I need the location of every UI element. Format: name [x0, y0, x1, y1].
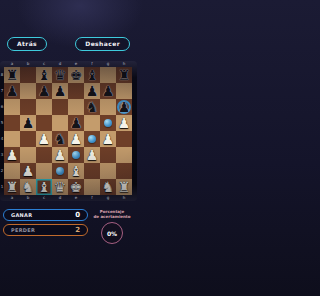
square-e2[interactable]: ♝	[68, 163, 84, 179]
win-value: 0	[75, 211, 80, 219]
accuracy-circle: 0%	[101, 222, 123, 244]
square-b5[interactable]: ♟	[20, 115, 36, 131]
square-g8[interactable]	[100, 67, 116, 83]
square-b7[interactable]	[20, 83, 36, 99]
black-rook-a8: ♜	[4, 67, 20, 83]
white-knight-g1: ♞	[100, 179, 116, 195]
win-counter: GANAR 0	[3, 209, 88, 221]
square-e1[interactable]: ♚	[68, 179, 84, 195]
square-d5[interactable]	[52, 115, 68, 131]
square-b4[interactable]	[20, 131, 36, 147]
square-c8[interactable]: ♝	[36, 67, 52, 83]
black-bishop-c8: ♝	[36, 67, 52, 83]
square-e3[interactable]	[68, 147, 84, 163]
white-queen-d1: ♛	[52, 179, 68, 195]
undo-button[interactable]: Deshacer	[75, 37, 130, 51]
square-a3[interactable]: ♟	[4, 147, 20, 163]
white-rook-h1: ♜	[116, 179, 132, 195]
square-h6[interactable]: ♟	[116, 99, 132, 115]
square-g7[interactable]: ♟	[100, 83, 116, 99]
white-pawn-c4: ♟	[36, 131, 52, 147]
white-pawn-h5: ♟	[116, 115, 132, 131]
square-f5[interactable]	[84, 115, 100, 131]
white-pawn-e4: ♟	[68, 131, 84, 147]
accuracy-caption-line2: de acertamiento	[91, 214, 133, 219]
black-bishop-f8: ♝	[84, 67, 100, 83]
square-g2[interactable]	[100, 163, 116, 179]
move-hint-dot-g5	[104, 119, 112, 127]
move-hint-dot-e3	[72, 151, 80, 159]
square-a7[interactable]: ♟	[4, 83, 20, 99]
white-rook-a1: ♜	[4, 179, 20, 195]
square-e5[interactable]: ♟	[68, 115, 84, 131]
square-f2[interactable]	[84, 163, 100, 179]
chess-board: abcdefgh 87654321 ♜♝♛♚♝♜♟♟♟♟♟♞♟♟♟♟♟♞♟♟♟♟…	[0, 61, 137, 201]
black-queen-d8: ♛	[52, 67, 68, 83]
white-bishop-e2: ♝	[68, 163, 84, 179]
square-g6[interactable]	[100, 99, 116, 115]
square-c2[interactable]	[36, 163, 52, 179]
square-c5[interactable]	[36, 115, 52, 131]
square-a6[interactable]	[4, 99, 20, 115]
square-b6[interactable]	[20, 99, 36, 115]
score-pills: GANAR 0 PERDER 2	[3, 209, 88, 239]
square-a2[interactable]	[4, 163, 20, 179]
square-c1[interactable]: ♝	[36, 179, 52, 195]
square-h8[interactable]: ♜	[116, 67, 132, 83]
square-f7[interactable]: ♟	[84, 83, 100, 99]
square-d6[interactable]	[52, 99, 68, 115]
white-bishop-c1: ♝	[36, 179, 52, 195]
accuracy-widget: Porcentaje de acertamiento 0%	[91, 209, 133, 244]
board-grid: ♜♝♛♚♝♜♟♟♟♟♟♞♟♟♟♟♟♞♟♟♟♟♟♟♝♜♞♝♛♚♞♜	[4, 67, 132, 195]
square-h3[interactable]	[116, 147, 132, 163]
square-a4[interactable]	[4, 131, 20, 147]
top-bar: Atrás Deshacer	[0, 0, 137, 51]
lose-counter: PERDER 2	[3, 224, 88, 236]
square-e6[interactable]	[68, 99, 84, 115]
white-pawn-f3: ♟	[84, 147, 100, 163]
square-d7[interactable]: ♟	[52, 83, 68, 99]
square-h2[interactable]	[116, 163, 132, 179]
square-h1[interactable]: ♜	[116, 179, 132, 195]
square-d4[interactable]: ♞	[52, 131, 68, 147]
black-knight-d4: ♞	[52, 131, 68, 147]
square-g3[interactable]	[100, 147, 116, 163]
square-e8[interactable]: ♚	[68, 67, 84, 83]
square-f6[interactable]: ♞	[84, 99, 100, 115]
black-pawn-b5: ♟	[20, 115, 36, 131]
square-b2[interactable]: ♟	[20, 163, 36, 179]
black-rook-h8: ♜	[116, 67, 132, 83]
square-b8[interactable]	[20, 67, 36, 83]
white-king-e1: ♚	[68, 179, 84, 195]
black-pawn-f7: ♟	[84, 83, 100, 99]
square-d8[interactable]: ♛	[52, 67, 68, 83]
black-pawn-g7: ♟	[100, 83, 116, 99]
square-b1[interactable]: ♞	[20, 179, 36, 195]
black-pawn-a7: ♟	[4, 83, 20, 99]
square-d2[interactable]	[52, 163, 68, 179]
square-a5[interactable]	[4, 115, 20, 131]
square-c7[interactable]: ♟	[36, 83, 52, 99]
lose-value: 2	[75, 226, 80, 234]
black-pawn-c7: ♟	[36, 83, 52, 99]
white-pawn-b2: ♟	[20, 163, 36, 179]
square-f1[interactable]	[84, 179, 100, 195]
square-f4[interactable]	[84, 131, 100, 147]
square-d1[interactable]: ♛	[52, 179, 68, 195]
black-knight-f6: ♞	[84, 99, 100, 115]
square-c3[interactable]	[36, 147, 52, 163]
black-pawn-e5: ♟	[68, 115, 84, 131]
white-pawn-g4: ♟	[100, 131, 116, 147]
black-king-e8: ♚	[68, 67, 84, 83]
chess-app-screen: { "game": "chess", "position": { "fen": …	[0, 0, 137, 296]
accuracy-value: 0%	[107, 230, 117, 237]
square-f8[interactable]: ♝	[84, 67, 100, 83]
square-g1[interactable]: ♞	[100, 179, 116, 195]
square-f3[interactable]: ♟	[84, 147, 100, 163]
back-button[interactable]: Atrás	[7, 37, 47, 51]
square-g5[interactable]	[100, 115, 116, 131]
square-b3[interactable]	[20, 147, 36, 163]
square-e7[interactable]	[68, 83, 84, 99]
white-pawn-d3: ♟	[52, 147, 68, 163]
black-pawn-d7: ♟	[52, 83, 68, 99]
square-h7[interactable]	[116, 83, 132, 99]
square-a8[interactable]: ♜	[4, 67, 20, 83]
move-hint-dot-d2	[56, 167, 64, 175]
move-hint-dot-f4	[88, 135, 96, 143]
square-g4[interactable]: ♟	[100, 131, 116, 147]
white-knight-b1: ♞	[20, 179, 36, 195]
black-pawn-h6: ♟	[116, 99, 132, 115]
win-label: GANAR	[11, 212, 32, 218]
square-c4[interactable]: ♟	[36, 131, 52, 147]
square-a1[interactable]: ♜	[4, 179, 20, 195]
square-e4[interactable]: ♟	[68, 131, 84, 147]
white-pawn-a3: ♟	[4, 147, 20, 163]
square-d3[interactable]: ♟	[52, 147, 68, 163]
square-h4[interactable]	[116, 131, 132, 147]
lose-label: PERDER	[11, 227, 35, 233]
square-c6[interactable]	[36, 99, 52, 115]
square-h5[interactable]: ♟	[116, 115, 132, 131]
file-labels-bottom: abcdefgh	[0, 195, 137, 201]
stats-panel: GANAR 0 PERDER 2 Porcentaje de acertamie…	[0, 201, 137, 244]
